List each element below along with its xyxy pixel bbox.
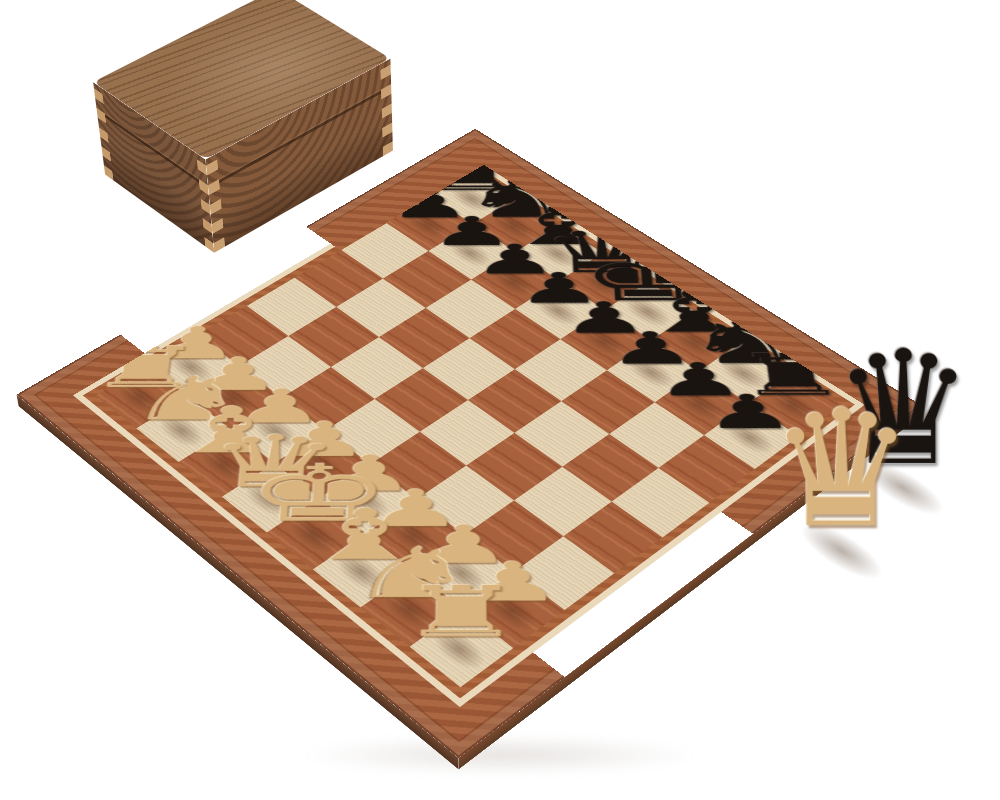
square-d2: ♟ (274, 431, 370, 498)
white-knight-icon: ♞ (348, 538, 475, 608)
square-h5 (612, 468, 710, 538)
piece-white-queen: ♛ (202, 405, 345, 497)
square-g3 (464, 500, 563, 572)
white-pawn-icon: ♟ (464, 555, 562, 609)
white-pawn-icon: ♟ (276, 416, 370, 464)
white-pawn-icon: ♟ (321, 449, 416, 499)
white-queen-icon: ♛ (202, 426, 343, 498)
piece-white-rook: ♜ (388, 543, 535, 647)
piece-white-pawn: ♟ (345, 439, 485, 534)
square-h2: ♟ (462, 572, 564, 648)
chess-set-product-photo: ♜♞♝♛♚♝♞♜♟♟♟♟♟♟♟♟♟♟♟♟♟♟♟♟♜♞♝♛♚♝♞♜ ♛ ♛ (0, 0, 1000, 800)
square-h4 (563, 502, 662, 574)
square-f3 (417, 466, 514, 535)
square-g6 (609, 402, 704, 468)
square-h1: ♜ (410, 609, 514, 688)
square-g1: ♞ (361, 571, 463, 647)
square-d3 (325, 399, 420, 464)
white-pawn-icon: ♟ (367, 483, 462, 534)
white-king-icon: ♚ (242, 454, 393, 533)
piece-white-pawn: ♟ (299, 406, 438, 499)
square-e4 (420, 400, 515, 466)
square-e1: ♚ (267, 498, 366, 569)
board-pinstripe-frame: ♜♞♝♛♚♝♞♜♟♟♟♟♟♟♟♟♟♟♟♟♟♟♟♟♜♞♝♛♚♝♞♜ (73, 159, 865, 707)
square-b1: ♞ (136, 397, 230, 462)
perspective-scene: ♜♞♝♛♚♝♞♜♟♟♟♟♟♟♟♟♟♟♟♟♟♟♟♟♜♞♝♛♚♝♞♜ ♛ ♛ (0, 0, 1000, 800)
square-g4 (514, 467, 612, 537)
square-h3 (514, 536, 615, 610)
white-rook-icon: ♜ (399, 577, 524, 647)
piece-white-pawn: ♟ (441, 508, 585, 609)
piece-black-rook: ♜ (413, 127, 533, 198)
piece-white-bishop: ♝ (292, 472, 435, 570)
square-h6 (659, 435, 755, 503)
square-c1: ♝ (179, 429, 275, 496)
square-d1: ♛ (222, 463, 319, 532)
piece-white-pawn: ♟ (392, 473, 534, 571)
piece-white-spare-queen: ♛ (771, 348, 912, 551)
piece-white-king: ♚ (246, 438, 389, 533)
white-pawn-icon: ♟ (415, 519, 512, 572)
square-c2: ♟ (231, 398, 325, 463)
square-f5 (514, 401, 609, 467)
square-g5 (562, 434, 658, 502)
white-bishop-icon: ♝ (165, 399, 294, 463)
black-rook-icon: ♜ (422, 150, 525, 197)
square-g2: ♟ (413, 535, 513, 609)
square-f4 (466, 433, 562, 500)
board-grid: ♜♞♝♛♚♝♞♜♟♟♟♟♟♟♟♟♟♟♟♟♟♟♟♟♜♞♝♛♚♝♞♜ (95, 171, 842, 687)
white-queen-icon: ♛ (769, 388, 914, 550)
white-bishop-icon: ♝ (298, 500, 428, 570)
table-surface: ♜♞♝♛♚♝♞♜♟♟♟♟♟♟♟♟♟♟♟♟♟♟♟♟♜♞♝♛♚♝♞♜ ♛ ♛ (17, 129, 922, 758)
square-e3 (370, 432, 466, 499)
square-f2: ♟ (366, 499, 465, 571)
square-f1: ♝ (313, 534, 413, 608)
square-e2: ♟ (319, 464, 416, 533)
piece-white-knight: ♞ (339, 507, 483, 608)
